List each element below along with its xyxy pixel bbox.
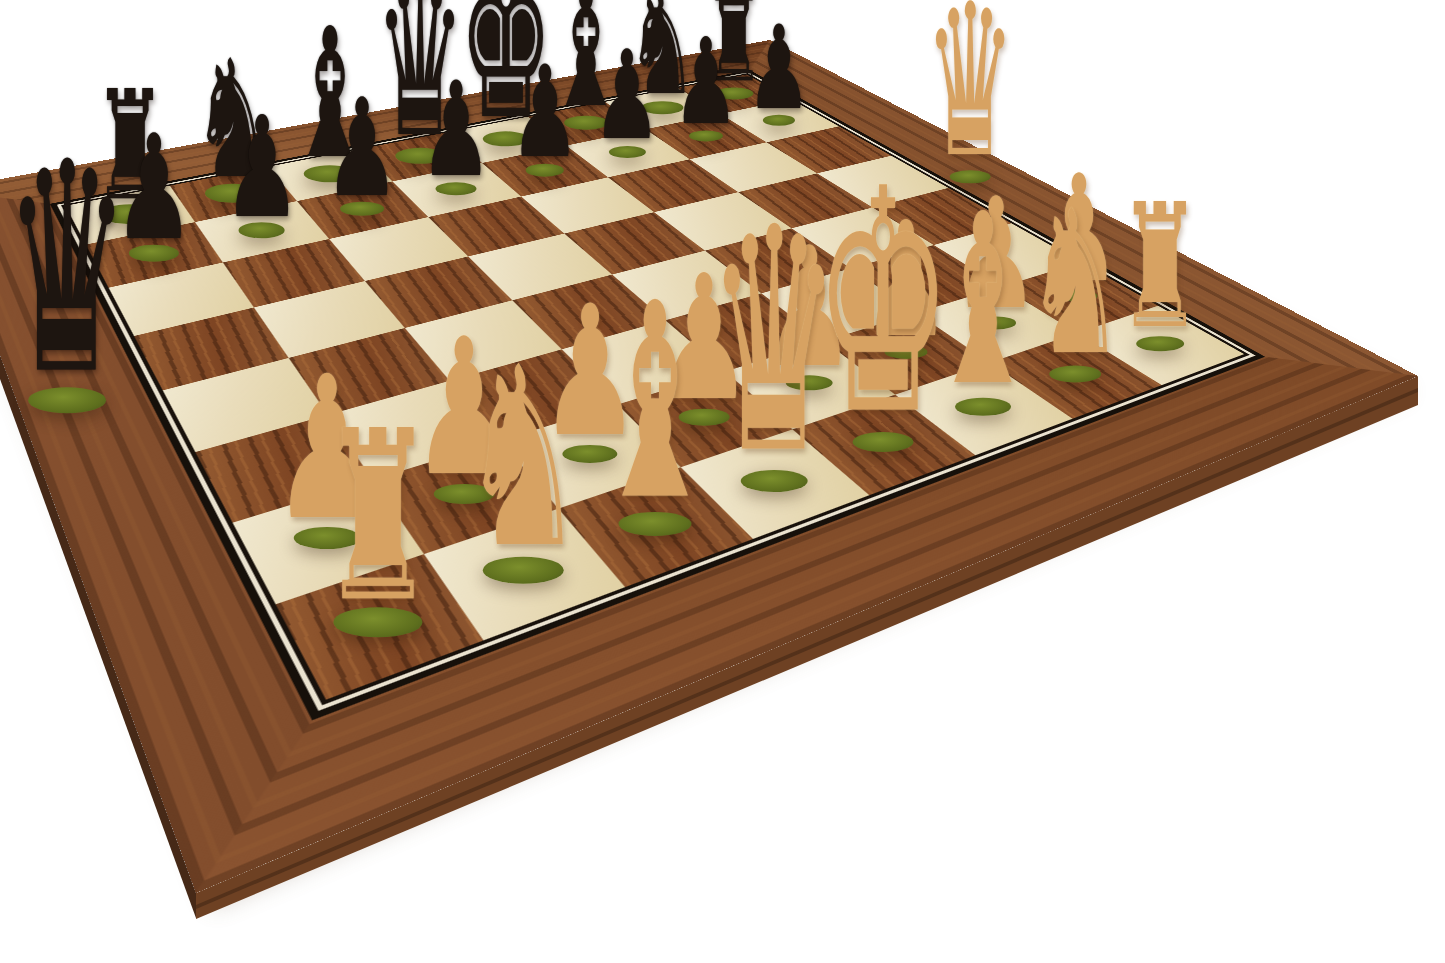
product-photo: ♜♞♟♝♟♚♟♛♟♝♛♟♞♟♜♟♟♟♟♜♟♞♟♛♝♟♚♟♛♟♝♟♞♜ (0, 0, 1445, 963)
